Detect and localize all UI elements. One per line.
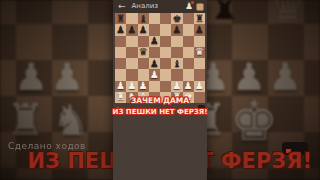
square-g7[interactable]: [183, 24, 194, 35]
square-d5[interactable]: [149, 47, 160, 58]
white-pawn[interactable]: ♟: [127, 81, 136, 91]
square-e6[interactable]: [160, 36, 171, 47]
white-queen[interactable]: ♛: [195, 47, 204, 57]
white-pawn[interactable]: ♟: [139, 81, 148, 91]
square-c8[interactable]: ♝: [138, 13, 149, 24]
square-g8[interactable]: [183, 13, 194, 24]
app-header: ← Анализ ♟: [113, 0, 207, 13]
square-a7[interactable]: ♟: [115, 24, 126, 35]
chess-board: ♜♝♚♜♟♟♟♟♟♟♛♛♟♝♟♟♟♟♟♟♟♜♞♝♜♚: [115, 13, 205, 103]
white-pawn[interactable]: ♟: [150, 70, 159, 80]
white-pawn[interactable]: ♟: [195, 81, 204, 91]
square-f8[interactable]: ♚: [171, 13, 182, 24]
black-pawn[interactable]: ♟: [195, 25, 204, 35]
black-rook[interactable]: ♜: [116, 14, 125, 24]
square-h7[interactable]: ♟: [194, 24, 205, 35]
square-b7[interactable]: ♟: [126, 24, 137, 35]
square-h5[interactable]: ♛: [194, 47, 205, 58]
square-f6[interactable]: [171, 36, 182, 47]
square-h2[interactable]: ♟: [194, 81, 205, 92]
black-pawn[interactable]: ♟: [150, 59, 159, 69]
black-king[interactable]: ♚: [172, 14, 181, 24]
square-d2[interactable]: [149, 81, 160, 92]
black-pawn[interactable]: ♟: [150, 36, 159, 46]
square-d8[interactable]: [149, 13, 160, 24]
square-e7[interactable]: [160, 24, 171, 35]
caption-line-1: ЗАЧЕМ ДАМА: [113, 97, 208, 105]
square-e8[interactable]: [160, 13, 171, 24]
black-pawn[interactable]: ♟: [127, 25, 136, 35]
screenshot-root: ♟♟♜♞♟♟♟♜♚♝♛ Сделано ходов ИЗ ПЕШКИ НЕТ Ф…: [0, 0, 320, 180]
square-e3[interactable]: [160, 69, 171, 80]
page-title: Анализ: [132, 3, 158, 10]
white-pawn[interactable]: ♟: [184, 81, 193, 91]
square-f4[interactable]: ♝: [171, 58, 182, 69]
square-e2[interactable]: [160, 81, 171, 92]
square-d4[interactable]: ♟: [149, 58, 160, 69]
caption-line-2: ИЗ ПЕШКИ НЕТ ФЕРЗЯ!: [113, 109, 208, 116]
header-actions: ♟: [185, 2, 204, 11]
phone-screen: ← Анализ ♟ ♜♝♚♜♟♟♟♟♟♟♛♛♟♝♟♟♟♟♟♟♟♜♞♝♜♚ Сд…: [113, 0, 207, 180]
square-c2[interactable]: ♟: [138, 81, 149, 92]
square-b2[interactable]: ♟: [126, 81, 137, 92]
square-f7[interactable]: ♟: [171, 24, 182, 35]
square-f3[interactable]: [171, 69, 182, 80]
white-pawn[interactable]: ♟: [172, 81, 181, 91]
square-a4[interactable]: [115, 58, 126, 69]
black-bishop[interactable]: ♝: [172, 59, 181, 69]
square-b5[interactable]: [126, 47, 137, 58]
square-h4[interactable]: [194, 58, 205, 69]
black-bishop[interactable]: ♝: [139, 14, 148, 24]
square-c5[interactable]: ♛: [138, 47, 149, 58]
square-b8[interactable]: [126, 13, 137, 24]
square-c4[interactable]: [138, 58, 149, 69]
black-queen[interactable]: ♛: [139, 47, 148, 57]
square-d6[interactable]: ♟: [149, 36, 160, 47]
notification-dot: [191, 1, 194, 4]
square-a8[interactable]: ♜: [115, 13, 126, 24]
square-a6[interactable]: [115, 36, 126, 47]
square-h6[interactable]: [194, 36, 205, 47]
square-g4[interactable]: [183, 58, 194, 69]
square-h3[interactable]: [194, 69, 205, 80]
black-rook[interactable]: ♜: [195, 14, 204, 24]
square-g3[interactable]: [183, 69, 194, 80]
square-e5[interactable]: [160, 47, 171, 58]
black-pawn[interactable]: ♟: [116, 25, 125, 35]
square-b4[interactable]: [126, 58, 137, 69]
board-theme-icon[interactable]: [196, 3, 204, 11]
square-f5[interactable]: [171, 47, 182, 58]
video-caption: ЗАЧЕМ ДАМА ИЗ ПЕШКИ НЕТ ФЕРЗЯ!: [113, 97, 208, 116]
square-a2[interactable]: ♟: [115, 81, 126, 92]
square-g5[interactable]: [183, 47, 194, 58]
square-f2[interactable]: ♟: [171, 81, 182, 92]
square-b6[interactable]: [126, 36, 137, 47]
square-d3[interactable]: ♟: [149, 69, 160, 80]
square-e4[interactable]: [160, 58, 171, 69]
square-h8[interactable]: ♜: [194, 13, 205, 24]
square-g2[interactable]: ♟: [183, 81, 194, 92]
back-arrow-icon[interactable]: ←: [118, 2, 126, 11]
square-c3[interactable]: [138, 69, 149, 80]
square-d7[interactable]: [149, 24, 160, 35]
square-c6[interactable]: [138, 36, 149, 47]
white-pawn[interactable]: ♟: [116, 81, 125, 91]
square-a3[interactable]: [115, 69, 126, 80]
piece-icon[interactable]: ♟: [185, 2, 193, 11]
square-b3[interactable]: [126, 69, 137, 80]
square-a5[interactable]: [115, 47, 126, 58]
black-pawn[interactable]: ♟: [139, 25, 148, 35]
square-g6[interactable]: [183, 36, 194, 47]
black-pawn[interactable]: ♟: [172, 25, 181, 35]
square-c7[interactable]: ♟: [138, 24, 149, 35]
